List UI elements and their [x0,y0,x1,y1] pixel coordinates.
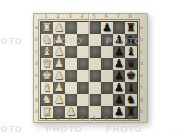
square-g4[interactable] [77,94,89,106]
square-a5[interactable] [89,22,101,34]
rank-labels-bottom: 12345678 [40,116,136,121]
file-label: g [139,93,144,105]
black-pawn[interactable]: ♟ [102,22,112,34]
file-label: d [34,57,39,69]
rank-label: 3 [64,14,76,19]
rank-label: 2 [52,116,64,121]
file-label: a [34,21,39,33]
square-e3[interactable] [65,70,77,82]
file-labels-left: abcdefgh [34,21,39,117]
rank-label: 7 [112,14,124,19]
square-g5[interactable] [89,94,101,106]
chess-board: ♜♟♟♜♞♟♟♞♝♟♟♝♛♟♟♛♚♟♟♚♝♟♟♝♞♟♟♞♜♟♟♜ [33,13,148,123]
square-c3[interactable] [65,46,77,58]
file-label: f [139,81,144,93]
white-pawn[interactable]: ♟ [54,94,64,106]
rank-label: 2 [52,14,64,19]
square-f3[interactable] [65,82,77,94]
rank-label: 3 [64,116,76,121]
file-label: d [139,57,144,69]
file-label: b [139,33,144,45]
rank-label: 7 [112,116,124,121]
rank-label: 1 [40,14,52,19]
watermark-text: PHOTO [46,124,83,134]
rank-label: 4 [76,14,88,19]
rank-label: 5 [88,116,100,121]
watermark-text: PHOTO [106,124,143,134]
square-g2[interactable]: ♟ [53,94,65,106]
square-c5[interactable] [89,46,101,58]
file-label: e [139,69,144,81]
rank-label: 1 [40,116,52,121]
file-label: h [34,105,39,117]
watermark-band: PHOTO PHOTO PHOTO [0,124,180,134]
square-d4[interactable] [77,58,89,70]
file-label: c [139,45,144,57]
square-d6[interactable] [101,58,113,70]
rank-label: 8 [124,116,136,121]
file-label: e [34,69,39,81]
file-label: c [34,45,39,57]
rank-label: 6 [100,14,112,19]
rank-labels-top: 12345678 [40,14,136,19]
rank-label: 6 [100,116,112,121]
square-f4[interactable] [77,82,89,94]
square-d5[interactable] [89,58,101,70]
square-b5[interactable] [89,34,101,46]
square-g6[interactable] [101,94,113,106]
file-label: b [34,33,39,45]
file-label: f [34,81,39,93]
rank-label: 5 [88,14,100,19]
square-e5[interactable] [89,70,101,82]
square-d3[interactable] [65,58,77,70]
rank-label: 4 [76,116,88,121]
board-grid: ♜♟♟♜♞♟♟♞♝♟♟♝♛♟♟♛♚♟♟♚♝♟♟♝♞♟♟♞♜♟♟♜ [40,21,138,119]
file-label: h [139,105,144,117]
square-a4[interactable] [77,22,89,34]
watermark-text: PHOTO [0,124,23,134]
rank-label: 8 [124,14,136,19]
square-b4[interactable] [77,34,89,46]
square-a3[interactable] [65,22,77,34]
square-b6[interactable] [101,34,113,46]
photo-canvas: ♜♟♟♜♞♟♟♞♝♟♟♝♛♟♟♛♚♟♟♚♝♟♟♝♞♟♟♞♜♟♟♜ 1234567… [0,0,180,135]
file-label: g [34,93,39,105]
square-b3[interactable] [65,34,77,46]
square-c4[interactable] [77,46,89,58]
square-e6[interactable] [101,70,113,82]
square-c6[interactable] [101,46,113,58]
square-f5[interactable] [89,82,101,94]
file-labels-right: abcdefgh [139,21,144,117]
file-label: a [139,21,144,33]
square-e4[interactable] [77,70,89,82]
square-f6[interactable] [101,82,113,94]
square-a6[interactable]: ♟ [101,22,113,34]
watermark-text: PHOTO [0,36,23,46]
